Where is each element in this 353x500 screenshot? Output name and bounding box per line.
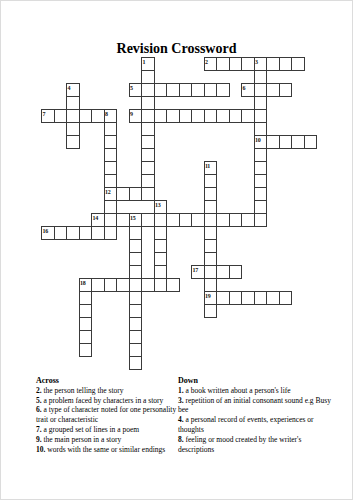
grid-cell[interactable] bbox=[129, 291, 143, 305]
grid-cell[interactable] bbox=[266, 135, 280, 149]
down-clues: Down 1. a book written about a person's … bbox=[178, 376, 339, 454]
clue-text: the main person in a story bbox=[42, 435, 122, 444]
grid-cell[interactable] bbox=[79, 330, 93, 344]
clue-item: 6. a type of character noted for one per… bbox=[36, 405, 186, 425]
clue-item: 5. a problem faced by characters in a st… bbox=[36, 396, 186, 406]
grid-cell[interactable] bbox=[66, 135, 80, 149]
grid-cell[interactable] bbox=[254, 161, 268, 175]
grid-cell[interactable] bbox=[79, 317, 93, 331]
grid-cell[interactable] bbox=[79, 278, 93, 292]
grid-cell[interactable] bbox=[79, 343, 93, 357]
grid-cell[interactable] bbox=[179, 83, 193, 97]
grid-cell[interactable] bbox=[266, 291, 280, 305]
grid-cell[interactable] bbox=[129, 265, 143, 279]
grid-cell[interactable] bbox=[129, 356, 143, 370]
clue-text: a type of character noted for one person… bbox=[36, 405, 176, 424]
grid-cell[interactable] bbox=[104, 226, 118, 240]
across-clues: Across 2. the person telling the story5.… bbox=[36, 376, 186, 454]
grid-cell[interactable] bbox=[104, 135, 118, 149]
grid-cell[interactable] bbox=[266, 83, 280, 97]
grid-cell[interactable] bbox=[191, 213, 205, 227]
grid-cell[interactable] bbox=[129, 109, 143, 123]
grid-cell[interactable] bbox=[254, 122, 268, 136]
grid-cell[interactable] bbox=[279, 291, 293, 305]
clue-text: feeling or mood created by the writer's … bbox=[178, 435, 301, 454]
clue-item: 4. a personal record of events, experien… bbox=[178, 415, 339, 435]
grid-cell[interactable] bbox=[216, 83, 230, 97]
grid-cell[interactable] bbox=[254, 187, 268, 201]
grid-cell[interactable] bbox=[129, 330, 143, 344]
page-title: Revision Crossword bbox=[1, 41, 352, 57]
grid-cell[interactable] bbox=[204, 109, 218, 123]
grid-cell[interactable] bbox=[79, 304, 93, 318]
grid-cell[interactable] bbox=[91, 226, 105, 240]
grid-cell[interactable] bbox=[54, 109, 68, 123]
grid-cell[interactable] bbox=[129, 252, 143, 266]
grid-cell[interactable] bbox=[141, 122, 155, 136]
grid-cell[interactable] bbox=[204, 265, 218, 279]
grid-cell[interactable] bbox=[154, 213, 168, 227]
grid-cell[interactable] bbox=[216, 291, 230, 305]
clue-text: repetition of an initial consonant sound… bbox=[178, 396, 331, 415]
clue-text: words with the same or similar endings bbox=[45, 445, 165, 454]
grid-cell[interactable] bbox=[54, 226, 68, 240]
grid-cell[interactable] bbox=[241, 83, 255, 97]
clue-text: a book written about a person's life bbox=[184, 386, 291, 395]
grid-cell[interactable] bbox=[104, 187, 118, 201]
grid-cell[interactable] bbox=[91, 109, 105, 123]
across-header: Across bbox=[36, 376, 186, 386]
grid-cell[interactable] bbox=[154, 226, 168, 240]
grid-cell[interactable] bbox=[254, 148, 268, 162]
grid-cell[interactable] bbox=[204, 278, 218, 292]
grid-cell[interactable] bbox=[141, 161, 155, 175]
grid-cell[interactable] bbox=[254, 174, 268, 188]
clue-item: 7. a grouped set of lines in a poem bbox=[36, 425, 186, 435]
clue-text: the person telling the story bbox=[42, 386, 124, 395]
grid-cell[interactable] bbox=[66, 122, 80, 136]
grid-cell[interactable] bbox=[129, 213, 143, 227]
grid-cell[interactable] bbox=[229, 291, 243, 305]
grid-cell[interactable] bbox=[166, 83, 180, 97]
grid-cell[interactable] bbox=[129, 343, 143, 357]
grid-cell[interactable] bbox=[229, 213, 243, 227]
grid-cell[interactable] bbox=[104, 148, 118, 162]
grid-cell[interactable] bbox=[116, 278, 130, 292]
clue-text: a problem faced by characters in a story bbox=[42, 396, 164, 405]
down-header: Down bbox=[178, 376, 339, 386]
grid-cell[interactable] bbox=[154, 278, 168, 292]
grid-cell[interactable] bbox=[179, 109, 193, 123]
grid-cell[interactable] bbox=[166, 109, 180, 123]
grid-cell[interactable] bbox=[141, 213, 155, 227]
grid-cell[interactable] bbox=[254, 57, 268, 71]
grid-cell[interactable] bbox=[241, 57, 255, 71]
grid-cell[interactable] bbox=[204, 252, 218, 266]
worksheet-page: Revision Crossword 123456789101112131415… bbox=[0, 0, 353, 500]
grid-cell[interactable] bbox=[129, 317, 143, 331]
grid-cell[interactable] bbox=[41, 226, 55, 240]
grid-cell[interactable] bbox=[141, 174, 155, 188]
grid-cell[interactable] bbox=[229, 57, 243, 71]
grid-cell[interactable] bbox=[66, 83, 80, 97]
grid-cell[interactable] bbox=[204, 291, 218, 305]
grid-cell[interactable] bbox=[141, 148, 155, 162]
grid-cell[interactable] bbox=[79, 291, 93, 305]
grid-cell[interactable] bbox=[241, 291, 255, 305]
clue-item: 1. a book written about a person's life bbox=[178, 386, 339, 396]
grid-cell[interactable] bbox=[204, 200, 218, 214]
grid-cell[interactable] bbox=[104, 109, 118, 123]
grid-cell[interactable] bbox=[204, 174, 218, 188]
grid-cell[interactable] bbox=[141, 70, 155, 84]
grid-cell[interactable] bbox=[141, 278, 155, 292]
grid-cell[interactable] bbox=[204, 239, 218, 253]
grid-cell[interactable] bbox=[254, 213, 268, 227]
grid-cell[interactable] bbox=[41, 109, 55, 123]
grid-cell[interactable] bbox=[254, 83, 268, 97]
grid-cell[interactable] bbox=[154, 239, 168, 253]
grid-cell[interactable] bbox=[166, 213, 180, 227]
grid-cell[interactable] bbox=[279, 135, 293, 149]
grid-cell[interactable] bbox=[179, 213, 193, 227]
grid-cell[interactable] bbox=[79, 226, 93, 240]
clue-text: a grouped set of lines in a poem bbox=[42, 425, 139, 434]
grid-cell[interactable] bbox=[254, 200, 268, 214]
grid-cell[interactable] bbox=[91, 278, 105, 292]
grid-cell[interactable] bbox=[104, 278, 118, 292]
grid-cell[interactable] bbox=[104, 213, 118, 227]
grid-cell[interactable] bbox=[191, 109, 205, 123]
grid-cell[interactable] bbox=[129, 278, 143, 292]
grid-cell[interactable] bbox=[104, 174, 118, 188]
grid-cell[interactable] bbox=[66, 226, 80, 240]
clue-item: 9. the main person in a story bbox=[36, 435, 186, 445]
grid-cell[interactable] bbox=[229, 265, 243, 279]
clue-text: a personal record of events, experiences… bbox=[178, 415, 314, 434]
grid-cell[interactable] bbox=[304, 135, 318, 149]
grid-cell[interactable] bbox=[129, 187, 143, 201]
clue-item: 8. feeling or mood created by the writer… bbox=[178, 435, 339, 455]
clue-item: 10. words with the same or similar endin… bbox=[36, 445, 186, 455]
grid-cell[interactable] bbox=[216, 265, 230, 279]
grid-cell[interactable] bbox=[104, 122, 118, 136]
grid-cell[interactable] bbox=[241, 109, 255, 123]
grid-cell[interactable] bbox=[191, 265, 205, 279]
grid-cell[interactable] bbox=[141, 135, 155, 149]
grid-cell[interactable] bbox=[141, 83, 155, 97]
grid-cell[interactable] bbox=[154, 265, 168, 279]
grid-cell[interactable] bbox=[116, 213, 130, 227]
grid-cell[interactable] bbox=[154, 252, 168, 266]
grid-cell[interactable] bbox=[254, 96, 268, 110]
grid-cell[interactable] bbox=[204, 226, 218, 240]
grid-cell[interactable] bbox=[279, 57, 293, 71]
grid-cell[interactable] bbox=[204, 83, 218, 97]
grid-cell[interactable] bbox=[266, 57, 280, 71]
clue-item: 3. repetition of an initial consonant so… bbox=[178, 396, 339, 416]
clue-item: 2. the person telling the story bbox=[36, 386, 186, 396]
grid-cell[interactable] bbox=[79, 109, 93, 123]
grid-cell[interactable] bbox=[191, 83, 205, 97]
grid-cell[interactable] bbox=[204, 57, 218, 71]
grid-cell[interactable] bbox=[204, 304, 218, 318]
grid-cell[interactable] bbox=[204, 161, 218, 175]
grid-cell[interactable] bbox=[254, 291, 268, 305]
grid-cell[interactable] bbox=[154, 109, 168, 123]
grid-cell[interactable] bbox=[241, 213, 255, 227]
crossword-grid: 12345678910111213141516171819 bbox=[41, 57, 317, 370]
grid-cell[interactable] bbox=[254, 135, 268, 149]
grid-cell[interactable] bbox=[141, 109, 155, 123]
grid-cell[interactable] bbox=[204, 187, 218, 201]
grid-cell[interactable] bbox=[204, 213, 218, 227]
grid-cell[interactable] bbox=[166, 278, 180, 292]
grid-cell[interactable] bbox=[104, 200, 118, 214]
grid-cell[interactable] bbox=[91, 213, 105, 227]
grid-cell[interactable] bbox=[66, 109, 80, 123]
grid-cell[interactable] bbox=[141, 96, 155, 110]
grid-cell[interactable] bbox=[129, 226, 143, 240]
grid-cell[interactable] bbox=[154, 200, 168, 214]
grid-cell[interactable] bbox=[141, 57, 155, 71]
grid-cell[interactable] bbox=[104, 161, 118, 175]
grid-cell[interactable] bbox=[129, 304, 143, 318]
grid-cell[interactable] bbox=[216, 213, 230, 227]
clue-number-label: 10. bbox=[36, 445, 45, 454]
grid-cell[interactable] bbox=[291, 57, 305, 71]
grid-cell[interactable] bbox=[216, 109, 230, 123]
grid-cell[interactable] bbox=[129, 83, 143, 97]
grid-cell[interactable] bbox=[279, 83, 293, 97]
grid-cell[interactable] bbox=[129, 239, 143, 253]
grid-cell[interactable] bbox=[291, 135, 305, 149]
grid-cell[interactable] bbox=[154, 83, 168, 97]
grid-cell[interactable] bbox=[254, 70, 268, 84]
grid-cell[interactable] bbox=[116, 187, 130, 201]
grid-cell[interactable] bbox=[66, 96, 80, 110]
grid-cell[interactable] bbox=[141, 187, 155, 201]
grid-cell[interactable] bbox=[254, 109, 268, 123]
grid-cell[interactable] bbox=[229, 109, 243, 123]
grid-cell[interactable] bbox=[216, 57, 230, 71]
